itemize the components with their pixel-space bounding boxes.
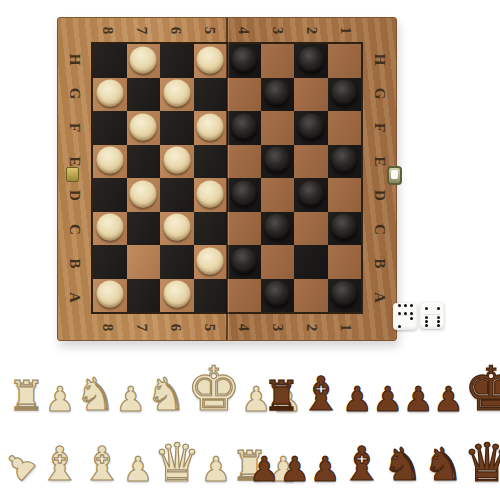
bottom-label-1: 1	[329, 315, 363, 339]
right-label-F: F	[364, 110, 395, 144]
bottom-label-2: 2	[295, 315, 329, 339]
square-e2[interactable]	[294, 145, 328, 179]
square-g5[interactable]	[194, 78, 228, 112]
square-d3[interactable]	[261, 178, 295, 212]
square-b8[interactable]	[93, 245, 127, 279]
white-checker-g8[interactable]	[96, 80, 123, 107]
square-e8[interactable]	[93, 145, 127, 179]
square-g4[interactable]	[227, 78, 261, 112]
right-label-A: A	[364, 280, 395, 314]
square-f3[interactable]	[261, 111, 295, 145]
square-f5[interactable]	[194, 111, 228, 145]
die-2	[420, 302, 444, 329]
square-b2[interactable]	[294, 245, 328, 279]
square-a5[interactable]	[194, 279, 228, 313]
chess-tray-dark-top-row: ♜♝♟♟♟♟♚	[263, 356, 466, 414]
square-e1[interactable]	[328, 145, 362, 179]
square-g6[interactable]	[160, 78, 194, 112]
right-label-C: C	[364, 212, 395, 246]
black-checker-g3[interactable]	[264, 80, 291, 107]
left-label-G: G	[59, 76, 90, 110]
black-checker-a1[interactable]	[331, 281, 358, 308]
chess-piece-dark-rook: ♜	[263, 380, 300, 414]
chess-piece-dark-queen: ♛	[463, 441, 500, 484]
square-f2[interactable]	[294, 111, 328, 145]
white-checker-b5[interactable]	[197, 247, 224, 274]
square-a2[interactable]	[294, 279, 328, 313]
chess-piece-light-king: ♚	[186, 364, 241, 414]
die-1	[393, 303, 417, 330]
die-2-top-face-2	[423, 303, 441, 314]
die-1-top-face-6	[396, 304, 414, 315]
chess-piece-dark-pawn: ♟	[342, 386, 372, 414]
left-label-C: C	[59, 212, 90, 246]
square-e6[interactable]	[160, 145, 194, 179]
white-checker-g6[interactable]	[163, 80, 190, 107]
die-2-front-face-6	[423, 314, 441, 328]
bottom-label-4: 4	[227, 315, 261, 339]
top-label-1: 1	[329, 19, 363, 42]
bottom-label-3: 3	[261, 315, 295, 339]
square-h5[interactable]	[194, 44, 228, 78]
square-e7[interactable]	[127, 145, 161, 179]
chess-piece-dark-bishop: ♝	[300, 375, 342, 414]
bottom-label-8: 8	[91, 315, 125, 339]
chess-piece-dark-bishop: ♝	[340, 445, 382, 484]
left-label-F: F	[59, 110, 90, 144]
square-a8[interactable]	[93, 279, 127, 313]
black-checker-h4[interactable]	[230, 46, 257, 73]
chess-piece-light-queen: ♛	[153, 441, 201, 484]
square-f8[interactable]	[93, 111, 127, 145]
chess-piece-light-pawn: ♟	[123, 456, 153, 484]
chess-piece-dark-pawn: ♟	[433, 386, 463, 414]
square-b6[interactable]	[160, 245, 194, 279]
square-f4[interactable]	[227, 111, 261, 145]
square-h3[interactable]	[261, 44, 295, 78]
square-g3[interactable]	[261, 78, 295, 112]
left-label-A: A	[59, 280, 90, 314]
square-h7[interactable]	[127, 44, 161, 78]
white-checker-d5[interactable]	[197, 180, 224, 207]
black-checker-h2[interactable]	[297, 46, 324, 73]
square-f1[interactable]	[328, 111, 362, 145]
bottom-label-6: 6	[159, 315, 193, 339]
black-checker-e3[interactable]	[264, 147, 291, 174]
black-checker-f2[interactable]	[297, 113, 324, 140]
left-label-H: H	[59, 42, 90, 76]
white-checker-d7[interactable]	[130, 180, 157, 207]
square-b7[interactable]	[127, 245, 161, 279]
square-d7[interactable]	[127, 178, 161, 212]
chess-piece-light-pawn: ♟	[201, 456, 231, 484]
chess-piece-dark-pawn: ♟	[372, 386, 402, 414]
square-c7[interactable]	[127, 212, 161, 246]
black-checker-c3[interactable]	[264, 214, 291, 241]
brass-clasp-left-icon	[66, 167, 79, 182]
fold-hinge-seam	[226, 18, 228, 340]
die-1-front-face-2	[396, 315, 414, 329]
top-label-7: 7	[125, 19, 159, 42]
white-checker-h5[interactable]	[197, 46, 224, 73]
chess-piece-light-bishop: ♝	[81, 445, 123, 484]
top-label-5: 5	[193, 19, 227, 42]
white-checker-e8[interactable]	[96, 147, 123, 174]
chess-piece-dark-pawn: ♟	[279, 456, 309, 484]
white-checker-c8[interactable]	[96, 214, 123, 241]
black-checker-a3[interactable]	[264, 281, 291, 308]
white-checker-a6[interactable]	[163, 281, 190, 308]
square-d1[interactable]	[328, 178, 362, 212]
black-checker-e1[interactable]	[331, 147, 358, 174]
white-checker-e6[interactable]	[163, 147, 190, 174]
square-d4[interactable]	[227, 178, 261, 212]
white-checker-a8[interactable]	[96, 281, 123, 308]
square-g7[interactable]	[127, 78, 161, 112]
right-label-G: G	[364, 76, 395, 110]
square-d2[interactable]	[294, 178, 328, 212]
chess-piece-light-knight: ♞	[146, 377, 186, 414]
square-h8[interactable]	[93, 44, 127, 78]
top-label-3: 3	[261, 19, 295, 42]
white-checker-h7[interactable]	[130, 46, 157, 73]
white-checker-c6[interactable]	[163, 214, 190, 241]
square-c1[interactable]	[328, 212, 362, 246]
chess-tray-light-bottom-row: ♟♝♝♟♛♟♜♟	[8, 420, 258, 484]
black-checker-f4[interactable]	[230, 113, 257, 140]
bottom-label-5: 5	[193, 315, 227, 339]
chess-piece-dark-pawn: ♟	[310, 456, 340, 484]
square-d5[interactable]	[194, 178, 228, 212]
top-label-4: 4	[227, 19, 261, 42]
square-c4[interactable]	[227, 212, 261, 246]
square-g2[interactable]	[294, 78, 328, 112]
black-checker-d2[interactable]	[297, 180, 324, 207]
square-b5[interactable]	[194, 245, 228, 279]
bottom-label-7: 7	[125, 315, 159, 339]
chess-tray-dark-bottom-row: ♟♟♟♝♞♞♛♟♜	[249, 418, 500, 484]
square-h4[interactable]	[227, 44, 261, 78]
brass-latch-right-icon	[387, 166, 402, 185]
chess-piece-light-pawn-fallen: ♟	[0, 445, 41, 486]
square-f6[interactable]	[160, 111, 194, 145]
black-checker-g1[interactable]	[331, 80, 358, 107]
black-checker-b4[interactable]	[230, 247, 257, 274]
square-a4[interactable]	[227, 279, 261, 313]
square-h6[interactable]	[160, 44, 194, 78]
black-checker-c1[interactable]	[331, 214, 358, 241]
chess-piece-dark-pawn: ♟	[403, 386, 433, 414]
square-g8[interactable]	[93, 78, 127, 112]
folding-chess-checkers-board: 8765432187654321HGFEDCBAHGFEDCBA	[57, 17, 397, 341]
square-a1[interactable]	[328, 279, 362, 313]
square-a7[interactable]	[127, 279, 161, 313]
square-e5[interactable]	[194, 145, 228, 179]
square-c6[interactable]	[160, 212, 194, 246]
square-c8[interactable]	[93, 212, 127, 246]
square-a6[interactable]	[160, 279, 194, 313]
chess-piece-light-pawn: ♟	[45, 386, 75, 414]
square-b3[interactable]	[261, 245, 295, 279]
square-f7[interactable]	[127, 111, 161, 145]
square-g1[interactable]	[328, 78, 362, 112]
chess-piece-dark-king: ♚	[464, 364, 500, 414]
square-h1[interactable]	[328, 44, 362, 78]
square-e4[interactable]	[227, 145, 261, 179]
square-c2[interactable]	[294, 212, 328, 246]
square-h2[interactable]	[294, 44, 328, 78]
chess-piece-light-bishop: ♝	[38, 445, 80, 484]
chess-tray-light-top-row: ♜♟♞♟♞♚♟♟	[8, 352, 258, 414]
right-label-B: B	[364, 246, 395, 280]
right-label-H: H	[364, 42, 395, 76]
top-label-2: 2	[295, 19, 329, 42]
chess-piece-dark-knight: ♞	[383, 447, 423, 484]
chess-piece-light-pawn: ♟	[116, 386, 146, 414]
top-label-8: 8	[91, 19, 125, 42]
left-label-D: D	[59, 178, 90, 212]
chess-piece-dark-pawn: ♟	[249, 456, 279, 484]
square-d6[interactable]	[160, 178, 194, 212]
square-e3[interactable]	[261, 145, 295, 179]
square-d8[interactable]	[93, 178, 127, 212]
black-checker-d4[interactable]	[230, 180, 257, 207]
chess-piece-dark-knight: ♞	[423, 447, 463, 484]
square-c5[interactable]	[194, 212, 228, 246]
top-label-6: 6	[159, 19, 193, 42]
white-checker-f7[interactable]	[130, 113, 157, 140]
square-b4[interactable]	[227, 245, 261, 279]
left-label-B: B	[59, 246, 90, 280]
chess-piece-light-rook: ♜	[8, 380, 45, 414]
square-c3[interactable]	[261, 212, 295, 246]
chess-piece-light-knight: ♞	[75, 377, 115, 414]
square-a3[interactable]	[261, 279, 295, 313]
square-b1[interactable]	[328, 245, 362, 279]
white-checker-f5[interactable]	[197, 113, 224, 140]
